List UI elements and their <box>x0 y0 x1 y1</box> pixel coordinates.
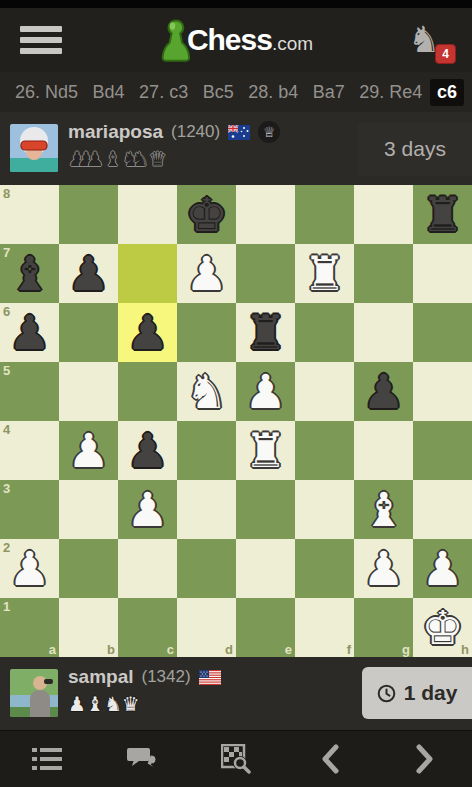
square-e6[interactable]: ♜ <box>236 303 295 362</box>
captured-pieces-bottom: ♟♝♞♛ <box>68 691 221 715</box>
square-b1[interactable]: b <box>59 598 118 657</box>
square-h3[interactable] <box>413 480 472 539</box>
square-c7[interactable] <box>118 244 177 303</box>
square-a8[interactable]: 8 <box>0 185 59 244</box>
square-h7[interactable] <box>413 244 472 303</box>
square-g5[interactable]: ♟ <box>354 362 413 421</box>
logo-text: Chess <box>187 23 272 57</box>
piece-white-rook: ♜ <box>244 421 286 480</box>
piece-white-knight: ♞ <box>185 362 227 421</box>
square-c2[interactable] <box>118 539 177 598</box>
piece-black-rook: ♜ <box>421 185 463 244</box>
square-h5[interactable] <box>413 362 472 421</box>
square-b5[interactable] <box>59 362 118 421</box>
move-list: 26. Nd5Bd427. c3Bc528. b4Ba729. Re4c6 <box>0 72 472 112</box>
piece-black-bishop: ♝ <box>8 244 50 303</box>
notification-badge: 4 <box>435 44 456 64</box>
captured-pawn: ♟ <box>86 148 104 170</box>
rank-label: 4 <box>3 422 10 437</box>
rank-label: 5 <box>3 363 10 378</box>
piece-white-pawn: ♟ <box>421 539 463 598</box>
square-f5[interactable] <box>295 362 354 421</box>
piece-black-pawn: ♟ <box>67 244 109 303</box>
file-label: h <box>461 642 469 657</box>
player-rating-bottom: (1342) <box>141 667 190 687</box>
piece-black-pawn: ♟ <box>126 421 168 480</box>
square-f4[interactable] <box>295 421 354 480</box>
move-item[interactable]: 26. Nd5 <box>8 79 85 106</box>
square-d8[interactable]: ♚ <box>177 185 236 244</box>
square-c1[interactable]: c <box>118 598 177 657</box>
square-b6[interactable] <box>59 303 118 362</box>
square-a6[interactable]: 6♟ <box>0 303 59 362</box>
square-e3[interactable] <box>236 480 295 539</box>
player-name-bottom[interactable]: sampal <box>68 666 133 688</box>
square-d7[interactable]: ♟ <box>177 244 236 303</box>
square-b8[interactable] <box>59 185 118 244</box>
piece-white-pawn: ♟ <box>8 539 50 598</box>
piece-black-king: ♚ <box>185 185 227 244</box>
clock-bottom: 1 day <box>362 667 472 719</box>
clock-top-value: 3 days <box>384 137 446 161</box>
square-e8[interactable] <box>236 185 295 244</box>
square-g4[interactable] <box>354 421 413 480</box>
piece-white-pawn: ♟ <box>244 362 286 421</box>
square-d3[interactable] <box>177 480 236 539</box>
square-h1[interactable]: h♚ <box>413 598 472 657</box>
piece-black-pawn: ♟ <box>126 303 168 362</box>
captured-knight: ♞ <box>131 148 149 170</box>
captured-queen: ♛ <box>149 148 167 170</box>
file-label: b <box>107 642 115 657</box>
player-bar-top: mariaposa (1240) <box>0 112 472 185</box>
piece-white-bishop: ♝ <box>362 480 404 539</box>
square-g8[interactable] <box>354 185 413 244</box>
square-h8[interactable]: ♜ <box>413 185 472 244</box>
avatar-bottom-image <box>10 669 58 717</box>
square-g1[interactable]: g <box>354 598 413 657</box>
move-item[interactable]: 29. Re4 <box>352 79 429 106</box>
square-e7[interactable] <box>236 244 295 303</box>
square-c4[interactable]: ♟ <box>118 421 177 480</box>
move-item[interactable]: Bd4 <box>86 79 132 106</box>
rank-label: 8 <box>3 186 10 201</box>
square-d6[interactable] <box>177 303 236 362</box>
square-a7[interactable]: 7♝ <box>0 244 59 303</box>
chess-app-window: Chess .com ♞ 4 26. Nd5Bd427. c3Bc528. b4… <box>0 0 472 787</box>
captured-queen: ♛ <box>122 693 140 715</box>
avatar-top[interactable] <box>10 124 58 172</box>
moves-list-button[interactable] <box>17 737 77 781</box>
captured-pieces-top: ♟♟♟♝♞♞♛ <box>68 146 280 170</box>
file-label: g <box>402 642 410 657</box>
file-label: a <box>49 642 56 657</box>
square-a3[interactable]: 3 <box>0 480 59 539</box>
square-g2[interactable]: ♟ <box>354 539 413 598</box>
square-g7[interactable] <box>354 244 413 303</box>
captured-pawn: ♟ <box>68 693 86 715</box>
square-f1[interactable]: f <box>295 598 354 657</box>
square-e4[interactable]: ♜ <box>236 421 295 480</box>
piece-white-pawn: ♟ <box>185 244 227 303</box>
rank-label: 7 <box>3 245 10 260</box>
piece-white-pawn: ♟ <box>67 421 109 480</box>
move-item[interactable]: Bc5 <box>196 79 241 106</box>
piece-black-rook: ♜ <box>244 303 286 362</box>
file-label: f <box>347 642 351 657</box>
status-strip <box>0 0 472 8</box>
square-e1[interactable]: e <box>236 598 295 657</box>
clock-top: 3 days <box>358 122 472 176</box>
square-a2[interactable]: 2♟ <box>0 539 59 598</box>
current-move[interactable]: c6 <box>430 79 464 106</box>
move-item[interactable]: Ba7 <box>306 79 352 106</box>
captured-bishop: ♝ <box>86 693 104 715</box>
piece-black-pawn: ♟ <box>362 362 404 421</box>
square-b7[interactable]: ♟ <box>59 244 118 303</box>
square-g6[interactable] <box>354 303 413 362</box>
analysis-board-button[interactable] <box>206 737 266 781</box>
flag-usa-icon <box>199 670 221 685</box>
square-e5[interactable]: ♟ <box>236 362 295 421</box>
piece-white-pawn: ♟ <box>362 539 404 598</box>
square-h4[interactable] <box>413 421 472 480</box>
premium-crown-icon: ♕ <box>258 121 280 143</box>
games-notification-button[interactable]: ♞ 4 <box>408 18 452 62</box>
square-a4[interactable]: 4 <box>0 421 59 480</box>
square-b2[interactable] <box>59 539 118 598</box>
chesscom-logo[interactable]: Chess .com <box>159 16 313 64</box>
captured-bishop: ♝ <box>104 148 122 170</box>
square-f8[interactable] <box>295 185 354 244</box>
square-c3[interactable]: ♟ <box>118 480 177 539</box>
piece-white-rook: ♜ <box>303 244 345 303</box>
logo-suffix: .com <box>272 33 313 55</box>
square-f6[interactable] <box>295 303 354 362</box>
piece-black-pawn: ♟ <box>8 303 50 362</box>
square-g3[interactable]: ♝ <box>354 480 413 539</box>
square-h6[interactable] <box>413 303 472 362</box>
player-name-top[interactable]: mariaposa <box>68 121 163 143</box>
square-d2[interactable] <box>177 539 236 598</box>
square-f2[interactable] <box>295 539 354 598</box>
rank-label: 3 <box>3 481 10 496</box>
square-f3[interactable] <box>295 480 354 539</box>
square-h2[interactable]: ♟ <box>413 539 472 598</box>
previous-move-button[interactable] <box>300 737 360 781</box>
file-label: c <box>167 642 174 657</box>
square-b4[interactable]: ♟ <box>59 421 118 480</box>
menu-icon[interactable] <box>20 26 62 54</box>
player-bar-bottom: sampal (1342) <box>0 657 472 731</box>
chess-board: 8♚♜7♝♟♟♜6♟♟♜5♞♟♟4♟♟♜3♟♝2♟♟♟1abcdefgh♚ <box>0 185 472 657</box>
move-item[interactable]: 27. c3 <box>132 79 195 106</box>
green-pawn-logo-icon <box>159 18 193 64</box>
square-f7[interactable]: ♜ <box>295 244 354 303</box>
square-c5[interactable] <box>118 362 177 421</box>
square-a5[interactable]: 5 <box>0 362 59 421</box>
move-item[interactable]: 28. b4 <box>241 79 305 106</box>
file-label: e <box>285 642 292 657</box>
square-d1[interactable]: d <box>177 598 236 657</box>
rank-label: 1 <box>3 599 10 614</box>
chat-button[interactable] <box>112 737 172 781</box>
square-a1[interactable]: 1a <box>0 598 59 657</box>
flag-australia-icon <box>228 125 250 140</box>
avatar-top-image <box>10 124 58 172</box>
piece-white-pawn: ♟ <box>126 480 168 539</box>
square-c6[interactable]: ♟ <box>118 303 177 362</box>
player-rating-top: (1240) <box>171 122 220 142</box>
square-e2[interactable] <box>236 539 295 598</box>
square-c8[interactable] <box>118 185 177 244</box>
player-info-bottom: sampal (1342) <box>68 657 221 731</box>
square-b3[interactable] <box>59 480 118 539</box>
top-bar: Chess .com ♞ 4 <box>0 8 472 72</box>
next-move-button[interactable] <box>395 737 455 781</box>
rank-label: 2 <box>3 540 10 555</box>
clock-bottom-value: 1 day <box>404 681 458 705</box>
rank-label: 6 <box>3 304 10 319</box>
square-d4[interactable] <box>177 421 236 480</box>
clock-icon <box>377 684 396 703</box>
file-label: d <box>225 642 233 657</box>
player-info-top: mariaposa (1240) <box>68 112 280 185</box>
bottom-toolbar <box>0 730 472 787</box>
avatar-bottom[interactable] <box>10 669 58 717</box>
square-d5[interactable]: ♞ <box>177 362 236 421</box>
piece-white-king: ♚ <box>421 598 463 657</box>
captured-knight: ♞ <box>104 693 122 715</box>
